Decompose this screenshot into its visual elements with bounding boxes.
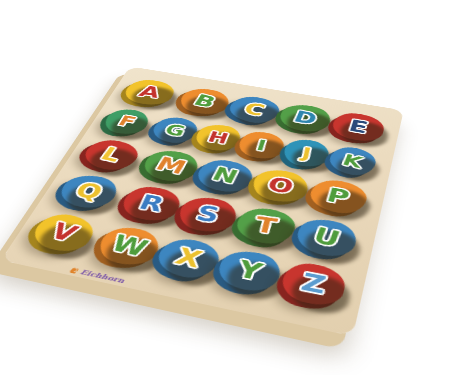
letter-K: K xyxy=(340,151,364,169)
letter-B: B xyxy=(190,92,218,110)
letter-D: D xyxy=(291,109,319,128)
letter-S: S xyxy=(193,203,221,226)
piece-D[interactable]: D xyxy=(276,102,335,135)
piece-W[interactable]: W xyxy=(91,223,165,270)
piece-A[interactable]: A xyxy=(121,78,178,107)
piece-M[interactable]: M xyxy=(137,147,203,186)
letter-J: J xyxy=(300,145,312,161)
piece-H[interactable]: H xyxy=(192,122,244,153)
piece-Y[interactable]: Y xyxy=(214,247,286,296)
letter-X: X xyxy=(172,245,206,272)
puzzle-board: ABCDEFGHIJKLMNOPQRSTUVWXYZ Eichhorn xyxy=(1,66,404,336)
piece-T[interactable]: T xyxy=(233,206,298,248)
piece-F[interactable]: F xyxy=(100,107,154,137)
letter-C: C xyxy=(241,101,267,119)
piece-X[interactable]: X xyxy=(152,235,225,283)
letter-Z: Z xyxy=(298,270,328,298)
letter-E: E xyxy=(346,118,369,137)
letter-U: U xyxy=(310,225,343,251)
piece-C[interactable]: C xyxy=(224,93,284,126)
piece-E[interactable]: E xyxy=(329,110,387,144)
letter-T: T xyxy=(253,214,279,238)
letter-H: H xyxy=(206,129,231,146)
letter-O: O xyxy=(265,175,296,198)
piece-Z[interactable]: Z xyxy=(278,259,349,309)
letter-A: A xyxy=(137,84,163,101)
letter-F: F xyxy=(116,114,139,130)
piece-O[interactable]: O xyxy=(248,166,313,206)
piece-P[interactable]: P xyxy=(306,177,369,218)
letter-R: R xyxy=(135,192,166,215)
piece-I[interactable]: I xyxy=(236,130,287,161)
piece-L[interactable]: L xyxy=(78,136,145,174)
piece-B[interactable]: B xyxy=(174,85,234,118)
letter-Y: Y xyxy=(234,257,265,284)
piece-J[interactable]: J xyxy=(281,137,331,169)
letter-P: P xyxy=(325,185,352,208)
letter-I: I xyxy=(255,137,268,153)
piece-K[interactable]: K xyxy=(325,143,379,178)
product-photo-stage: ABCDEFGHIJKLMNOPQRSTUVWXYZ Eichhorn xyxy=(0,0,450,375)
piece-S[interactable]: S xyxy=(174,195,241,236)
piece-G[interactable]: G xyxy=(148,115,201,146)
piece-U[interactable]: U xyxy=(291,215,361,262)
piece-V[interactable]: V xyxy=(26,210,101,256)
letter-V: V xyxy=(46,220,82,246)
piece-N[interactable]: N xyxy=(192,156,258,195)
letter-G: G xyxy=(163,122,188,139)
letter-N: N xyxy=(209,165,241,187)
letter-W: W xyxy=(107,232,151,261)
letter-Q: Q xyxy=(72,180,106,203)
letter-L: L xyxy=(97,145,125,165)
piece-R[interactable]: R xyxy=(117,184,185,224)
piece-Q[interactable]: Q xyxy=(54,172,123,212)
letter-M: M xyxy=(152,154,189,177)
